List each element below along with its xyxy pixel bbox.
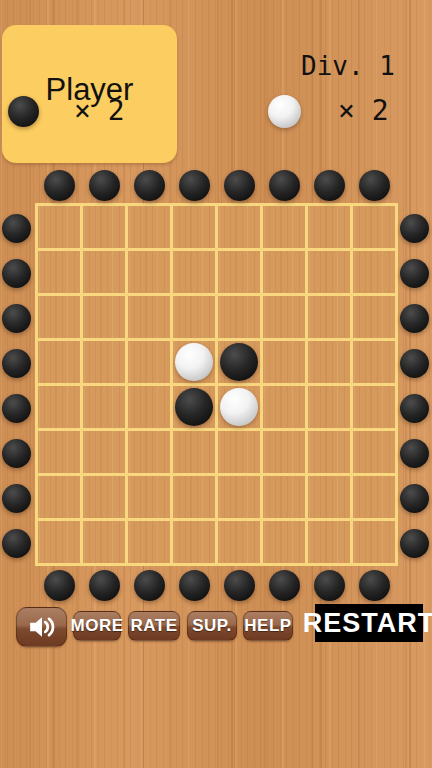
board-cell-b6[interactable] [83,431,125,473]
board-cell-d8[interactable] [173,521,215,563]
board-cell-e2[interactable] [218,251,260,293]
board-cell-f7[interactable] [263,476,305,518]
decor-stone [359,570,390,601]
decor-stone [134,170,165,201]
decor-stone [400,304,429,333]
game-screen: Player × 2 Div. 1 × 2 MORE RATE SUP. HEL… [0,0,432,768]
board-cell-g3[interactable] [308,296,350,338]
board-cell-d6[interactable] [173,431,215,473]
board-cell-e5[interactable] [218,386,260,428]
board-cell-g8[interactable] [308,521,350,563]
board-cell-d7[interactable] [173,476,215,518]
board-cell-c5[interactable] [128,386,170,428]
decor-stone [400,529,429,558]
board-cell-c1[interactable] [128,206,170,248]
decor-stone [89,170,120,201]
opponent-score-text: × 2 [338,97,389,125]
decor-stone [44,570,75,601]
black-disc [175,388,213,426]
board-cell-f2[interactable] [263,251,305,293]
decor-stone [2,529,31,558]
board-cell-g2[interactable] [308,251,350,293]
speaker-icon [28,615,56,639]
decor-stone [314,170,345,201]
decor-stone [400,484,429,513]
decor-stone [2,349,31,378]
board-cell-d5[interactable] [173,386,215,428]
white-disc [175,343,213,381]
board-cell-b3[interactable] [83,296,125,338]
board-cell-g7[interactable] [308,476,350,518]
decor-stone [400,439,429,468]
board-cell-h4[interactable] [353,341,395,383]
board-cell-h3[interactable] [353,296,395,338]
help-button[interactable]: HELP [243,611,293,641]
board-cell-e4[interactable] [218,341,260,383]
decor-stone [359,170,390,201]
decor-stone [2,259,31,288]
decor-stone [314,570,345,601]
board-cell-f8[interactable] [263,521,305,563]
board-cell-h7[interactable] [353,476,395,518]
decor-stone [269,570,300,601]
board-cell-g1[interactable] [308,206,350,248]
board-cell-c8[interactable] [128,521,170,563]
board-cell-c2[interactable] [128,251,170,293]
board-cell-f3[interactable] [263,296,305,338]
rate-button[interactable]: RATE [128,611,180,641]
board-cell-f6[interactable] [263,431,305,473]
decor-stone [2,214,31,243]
white-disc [220,388,258,426]
board-cell-e7[interactable] [218,476,260,518]
decor-stone [179,570,210,601]
board-cell-d4[interactable] [173,341,215,383]
board-cell-a5[interactable] [38,386,80,428]
decor-stone [2,484,31,513]
board-cell-e3[interactable] [218,296,260,338]
othello-board [35,203,398,566]
board-cell-g6[interactable] [308,431,350,473]
board-cell-g5[interactable] [308,386,350,428]
board-cell-c4[interactable] [128,341,170,383]
decor-stone [2,439,31,468]
decor-stone [400,214,429,243]
player-score-text: × 2 [74,97,125,125]
board-cell-a2[interactable] [38,251,80,293]
board-cell-b7[interactable] [83,476,125,518]
decor-stone [134,570,165,601]
board-cell-a4[interactable] [38,341,80,383]
board-cell-c6[interactable] [128,431,170,473]
decor-stone [89,570,120,601]
board-cell-h8[interactable] [353,521,395,563]
player-black-disc-icon [8,96,39,127]
board-cell-e1[interactable] [218,206,260,248]
decor-stone [400,394,429,423]
decor-stone [44,170,75,201]
board-cell-b5[interactable] [83,386,125,428]
more-button[interactable]: MORE [73,611,121,641]
opponent-label: Div. 1 [301,51,395,81]
restart-button[interactable]: RESTART [315,604,423,642]
board-cell-e8[interactable] [218,521,260,563]
board-cell-h1[interactable] [353,206,395,248]
sound-button[interactable] [16,607,67,647]
board-cell-b2[interactable] [83,251,125,293]
board-cell-a6[interactable] [38,431,80,473]
board-cell-f4[interactable] [263,341,305,383]
decor-stone [400,349,429,378]
opponent-white-disc-icon [268,95,301,128]
decor-stone [224,570,255,601]
board-cell-f1[interactable] [263,206,305,248]
black-disc [220,343,258,381]
board-cell-a3[interactable] [38,296,80,338]
decor-stone [224,170,255,201]
decor-stone [400,259,429,288]
board-cell-a1[interactable] [38,206,80,248]
decor-stone [2,394,31,423]
board-cell-h5[interactable] [353,386,395,428]
board-cell-f5[interactable] [263,386,305,428]
decor-stone [2,304,31,333]
board-cell-d1[interactable] [173,206,215,248]
board-cell-a7[interactable] [38,476,80,518]
board-cell-e6[interactable] [218,431,260,473]
board-cell-d2[interactable] [173,251,215,293]
board-cell-b8[interactable] [83,521,125,563]
board-cell-c7[interactable] [128,476,170,518]
board-cell-g4[interactable] [308,341,350,383]
board-cell-b4[interactable] [83,341,125,383]
board-cell-h2[interactable] [353,251,395,293]
board-cell-c3[interactable] [128,296,170,338]
board-cell-b1[interactable] [83,206,125,248]
board-cell-d3[interactable] [173,296,215,338]
support-button[interactable]: SUP. [187,611,237,641]
decor-stone [269,170,300,201]
board-cell-h6[interactable] [353,431,395,473]
decor-stone [179,170,210,201]
board-cell-a8[interactable] [38,521,80,563]
